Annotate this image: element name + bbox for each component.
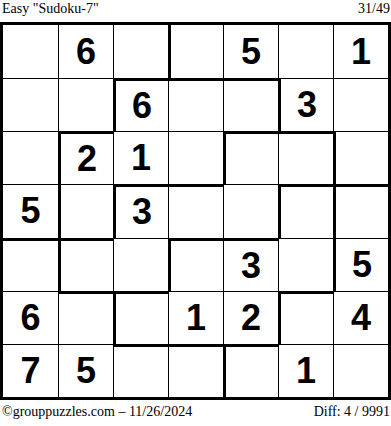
cell-r6c7: 4 xyxy=(333,291,388,344)
cell-r6c6[interactable] xyxy=(278,291,333,344)
cell-r2c6: 3 xyxy=(278,78,333,131)
difficulty-text: Diff: 4 / 9991 xyxy=(314,403,390,421)
cell-r2c2[interactable] xyxy=(58,78,113,131)
cell-r1c7: 1 xyxy=(333,25,388,78)
progress-counter: 31/49 xyxy=(358,1,390,17)
cell-r2c4[interactable] xyxy=(168,78,223,131)
cell-r6c5: 2 xyxy=(223,291,278,344)
cell-r4c2[interactable] xyxy=(58,184,113,237)
cell-r3c6[interactable] xyxy=(278,131,333,184)
cell-r7c1: 7 xyxy=(3,344,58,397)
cell-r2c3: 6 xyxy=(113,78,168,131)
cell-r7c7[interactable] xyxy=(333,344,388,397)
cell-r3c3: 1 xyxy=(113,131,168,184)
cell-r4c5[interactable] xyxy=(223,184,278,237)
cell-r4c4[interactable] xyxy=(168,184,223,237)
cell-r7c2: 5 xyxy=(58,344,113,397)
cell-r6c4: 1 xyxy=(168,291,223,344)
cell-r4c7[interactable] xyxy=(333,184,388,237)
cell-r3c4[interactable] xyxy=(168,131,223,184)
cell-r5c6[interactable] xyxy=(278,238,333,291)
cell-r5c7: 5 xyxy=(333,238,388,291)
cell-r6c1: 6 xyxy=(3,291,58,344)
sudoku-board[interactable]: 651632153356124751 xyxy=(0,22,391,400)
cell-r7c3[interactable] xyxy=(113,344,168,397)
cell-r6c2[interactable] xyxy=(58,291,113,344)
cell-r5c1[interactable] xyxy=(3,238,58,291)
cell-r3c5[interactable] xyxy=(223,131,278,184)
cell-r1c1[interactable] xyxy=(3,25,58,78)
cell-r7c5[interactable] xyxy=(223,344,278,397)
cell-r4c6[interactable] xyxy=(278,184,333,237)
cell-r1c5: 5 xyxy=(223,25,278,78)
cell-r1c3[interactable] xyxy=(113,25,168,78)
cell-r7c4[interactable] xyxy=(168,344,223,397)
cell-r1c4[interactable] xyxy=(168,25,223,78)
cell-r2c7[interactable] xyxy=(333,78,388,131)
cell-r4c1: 5 xyxy=(3,184,58,237)
footer-bar: ©grouppuzzles.com – 11/26/2024 Diff: 4 /… xyxy=(2,403,390,423)
cell-r5c4[interactable] xyxy=(168,238,223,291)
cell-r3c1[interactable] xyxy=(3,131,58,184)
cell-r5c3[interactable] xyxy=(113,238,168,291)
cell-r7c6: 1 xyxy=(278,344,333,397)
copyright-text: ©grouppuzzles.com – 11/26/2024 xyxy=(2,403,192,421)
cell-r2c1[interactable] xyxy=(3,78,58,131)
header-bar: Easy "Sudoku-7" 31/49 xyxy=(2,1,390,20)
puzzle-title: Easy "Sudoku-7" xyxy=(2,1,99,17)
cell-r1c6[interactable] xyxy=(278,25,333,78)
puzzle-page: Easy "Sudoku-7" 31/49 651632153356124751… xyxy=(0,0,391,426)
cell-r3c7[interactable] xyxy=(333,131,388,184)
cell-r2c5[interactable] xyxy=(223,78,278,131)
cell-r5c2[interactable] xyxy=(58,238,113,291)
cell-r1c2: 6 xyxy=(58,25,113,78)
cell-r6c3[interactable] xyxy=(113,291,168,344)
cell-r5c5: 3 xyxy=(223,238,278,291)
cell-r3c2: 2 xyxy=(58,131,113,184)
cell-r4c3: 3 xyxy=(113,184,168,237)
